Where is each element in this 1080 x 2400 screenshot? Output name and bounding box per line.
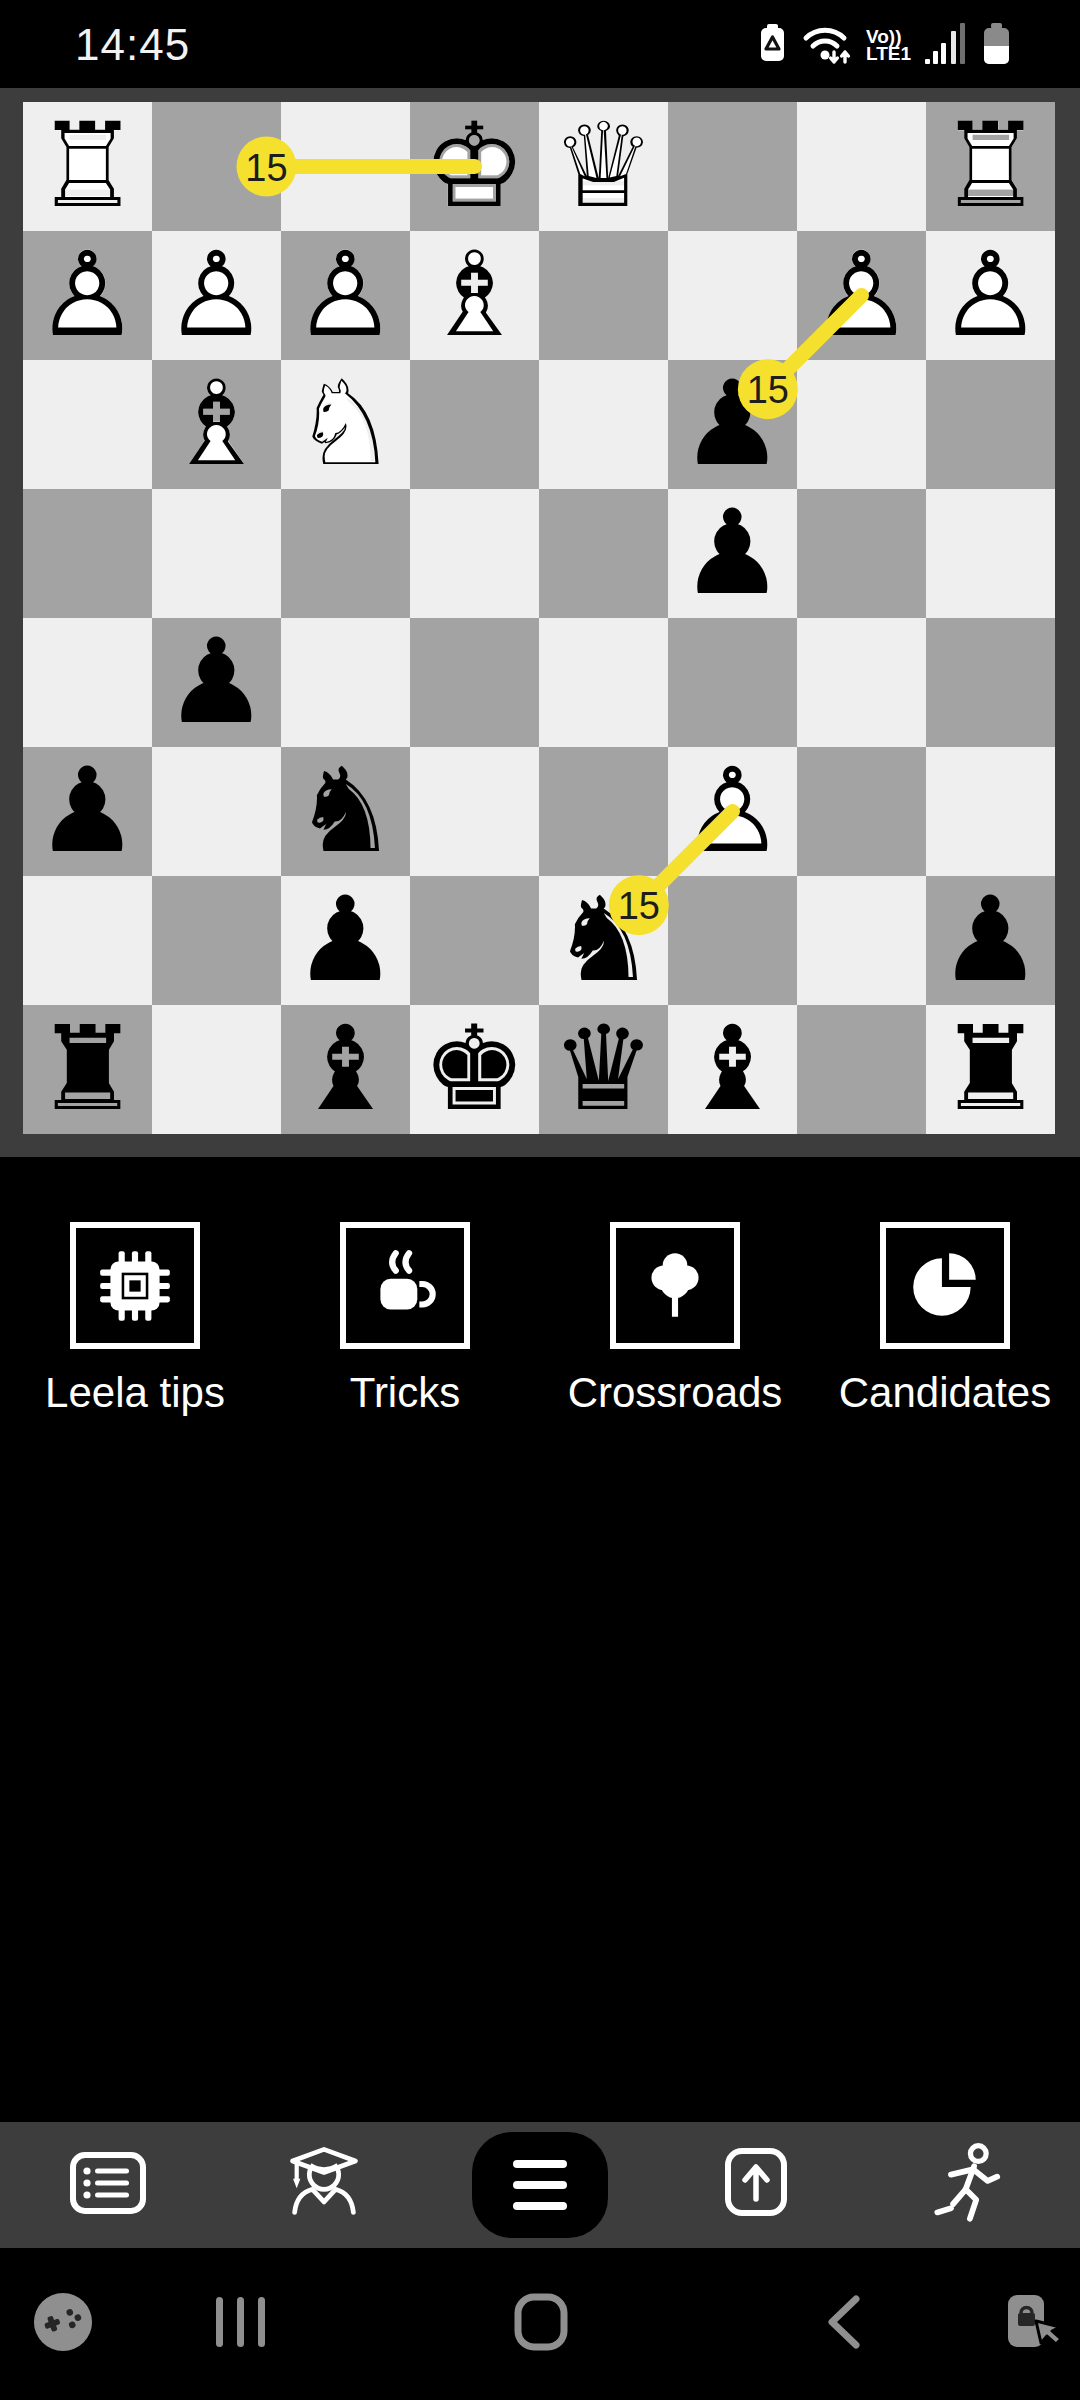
white-k-piece: ♚♔ xyxy=(410,102,539,231)
square-a7[interactable]: ♟ xyxy=(926,876,1055,1005)
square-a4[interactable] xyxy=(926,489,1055,618)
square-c2[interactable] xyxy=(668,231,797,360)
mentor-button[interactable] xyxy=(216,2122,432,2248)
wifi-icon xyxy=(801,18,853,72)
signal-strength-icon xyxy=(924,19,968,71)
white-q-piece: ♛♕ xyxy=(539,102,668,231)
square-h3[interactable] xyxy=(23,360,152,489)
square-b5[interactable] xyxy=(797,618,926,747)
square-e8[interactable]: ♚ xyxy=(410,1005,539,1134)
status-icons: Vo)) LTE1 xyxy=(757,18,1012,72)
square-a1[interactable]: ♜♖ xyxy=(926,102,1055,231)
moves-list-button[interactable] xyxy=(0,2122,216,2248)
leela-tips-label: Leela tips xyxy=(45,1369,225,1417)
tricks-button[interactable]: Tricks xyxy=(270,1222,540,1417)
square-g6[interactable] xyxy=(152,747,281,876)
black-k-piece: ♚ xyxy=(410,1005,539,1134)
square-h4[interactable] xyxy=(23,489,152,618)
square-b1[interactable] xyxy=(797,102,926,231)
list-icon xyxy=(68,2143,148,2227)
black-n-piece: ♞ xyxy=(281,747,410,876)
square-c1[interactable] xyxy=(668,102,797,231)
square-f1[interactable] xyxy=(281,102,410,231)
square-g4[interactable] xyxy=(152,489,281,618)
hamburger-icon xyxy=(472,2132,608,2238)
square-c7[interactable] xyxy=(668,876,797,1005)
white-b-piece: ♝♗ xyxy=(410,231,539,360)
white-r-piece: ♜♖ xyxy=(23,102,152,231)
square-h6[interactable]: ♟ xyxy=(23,747,152,876)
candidates-label: Candidates xyxy=(839,1369,1051,1417)
practice-button[interactable] xyxy=(864,2122,1080,2248)
square-b6[interactable] xyxy=(797,747,926,876)
square-e6[interactable] xyxy=(410,747,539,876)
square-b3[interactable] xyxy=(797,360,926,489)
share-button[interactable] xyxy=(648,2122,864,2248)
square-d7[interactable]: ♞ xyxy=(539,876,668,1005)
home-button[interactable] xyxy=(512,2293,570,2355)
square-g7[interactable] xyxy=(152,876,281,1005)
square-d2[interactable] xyxy=(539,231,668,360)
black-r-piece: ♜ xyxy=(926,1005,1055,1134)
white-r-piece: ♜♖ xyxy=(926,102,1055,231)
black-p-piece: ♟ xyxy=(281,876,410,1005)
square-g1[interactable] xyxy=(152,102,281,231)
android-nav-bar xyxy=(0,2248,1080,2400)
square-d3[interactable] xyxy=(539,360,668,489)
square-f3[interactable]: ♞♘ xyxy=(281,360,410,489)
black-p-piece: ♟ xyxy=(926,876,1055,1005)
white-n-piece: ♞♘ xyxy=(281,360,410,489)
square-c4[interactable]: ♟ xyxy=(668,489,797,618)
leela-tips-button[interactable]: Leela tips xyxy=(0,1222,270,1417)
square-g5[interactable]: ♟ xyxy=(152,618,281,747)
square-d1[interactable]: ♛♕ xyxy=(539,102,668,231)
pie-chart-icon xyxy=(880,1222,1010,1349)
white-p-piece: ♟♙ xyxy=(797,231,926,360)
square-f6[interactable]: ♞ xyxy=(281,747,410,876)
feature-buttons: Leela tips Tricks Cross xyxy=(0,1222,1080,1417)
recents-icon xyxy=(212,2294,270,2350)
board-frame: ♜♖♚♔♛♕♜♖♟♙♟♙♟♙♝♗♟♙♟♙♝♗♞♘♟♟♟♟♞♟♙♟♞♟♜♝♚♛♝♜… xyxy=(0,88,1080,1157)
share-upload-icon xyxy=(716,2143,796,2227)
square-a5[interactable] xyxy=(926,618,1055,747)
candidates-button[interactable]: Candidates xyxy=(810,1222,1080,1417)
square-d5[interactable] xyxy=(539,618,668,747)
square-c3[interactable]: ♟ xyxy=(668,360,797,489)
square-e7[interactable] xyxy=(410,876,539,1005)
square-f2[interactable]: ♟♙ xyxy=(281,231,410,360)
home-icon xyxy=(512,2293,570,2351)
black-p-piece: ♟ xyxy=(668,360,797,489)
chip-icon xyxy=(70,1222,200,1349)
square-h8[interactable]: ♜ xyxy=(23,1005,152,1134)
square-a2[interactable]: ♟♙ xyxy=(926,231,1055,360)
white-p-piece: ♟♙ xyxy=(926,231,1055,360)
square-a8[interactable]: ♜ xyxy=(926,1005,1055,1134)
graduate-icon xyxy=(282,2141,366,2229)
crossroads-button[interactable]: Crossroads xyxy=(540,1222,810,1417)
square-c5[interactable] xyxy=(668,618,797,747)
black-b-piece: ♝ xyxy=(668,1005,797,1134)
recents-button[interactable] xyxy=(212,2294,270,2354)
black-p-piece: ♟ xyxy=(23,747,152,876)
black-b-piece: ♝ xyxy=(281,1005,410,1134)
square-d8[interactable]: ♛ xyxy=(539,1005,668,1134)
board: ♜♖♚♔♛♕♜♖♟♙♟♙♟♙♝♗♟♙♟♙♝♗♞♘♟♟♟♟♞♟♙♟♞♟♜♝♚♛♝♜ xyxy=(23,102,1055,1134)
battery-icon xyxy=(981,20,1012,70)
square-c6[interactable]: ♟♙ xyxy=(668,747,797,876)
white-p-piece: ♟♙ xyxy=(668,747,797,876)
square-a6[interactable] xyxy=(926,747,1055,876)
square-e5[interactable] xyxy=(410,618,539,747)
square-b7[interactable] xyxy=(797,876,926,1005)
square-g2[interactable]: ♟♙ xyxy=(152,231,281,360)
black-p-piece: ♟ xyxy=(152,618,281,747)
status-bar: 14:45 Vo)) LTE1 xyxy=(0,0,1080,90)
white-b-piece: ♝♗ xyxy=(152,360,281,489)
runner-icon xyxy=(930,2141,1014,2229)
tree-icon xyxy=(610,1222,740,1349)
square-f4[interactable] xyxy=(281,489,410,618)
square-f8[interactable]: ♝ xyxy=(281,1005,410,1134)
gamepad-icon xyxy=(32,2291,94,2353)
black-p-piece: ♟ xyxy=(668,489,797,618)
coffee-cup-icon xyxy=(340,1222,470,1349)
white-p-piece: ♟♙ xyxy=(23,231,152,360)
tricks-label: Tricks xyxy=(350,1369,460,1417)
touch-protection-button[interactable] xyxy=(1000,2291,1062,2357)
square-h7[interactable] xyxy=(23,876,152,1005)
black-q-piece: ♛ xyxy=(539,1005,668,1134)
square-h1[interactable]: ♜♖ xyxy=(23,102,152,231)
menu-button[interactable] xyxy=(432,2122,648,2248)
square-c8[interactable]: ♝ xyxy=(668,1005,797,1134)
white-p-piece: ♟♙ xyxy=(281,231,410,360)
square-e2[interactable]: ♝♗ xyxy=(410,231,539,360)
crossroads-label: Crossroads xyxy=(568,1369,783,1417)
data-saver-icon xyxy=(757,21,788,69)
square-b8[interactable] xyxy=(797,1005,926,1134)
game-tools-button[interactable] xyxy=(32,2291,94,2357)
white-p-piece: ♟♙ xyxy=(152,231,281,360)
black-n-piece: ♞ xyxy=(539,876,668,1005)
square-h2[interactable]: ♟♙ xyxy=(23,231,152,360)
square-e4[interactable] xyxy=(410,489,539,618)
square-e1[interactable]: ♚♔ xyxy=(410,102,539,231)
square-b4[interactable] xyxy=(797,489,926,618)
square-d4[interactable] xyxy=(539,489,668,618)
bottom-toolbar xyxy=(0,2122,1080,2248)
volte-indicator: Vo)) LTE1 xyxy=(866,28,911,62)
touch-lock-icon xyxy=(1000,2291,1062,2353)
square-d6[interactable] xyxy=(539,747,668,876)
square-h5[interactable] xyxy=(23,618,152,747)
square-f7[interactable]: ♟ xyxy=(281,876,410,1005)
square-b2[interactable]: ♟♙ xyxy=(797,231,926,360)
back-icon xyxy=(820,2293,866,2351)
square-g8[interactable] xyxy=(152,1005,281,1134)
square-g3[interactable]: ♝♗ xyxy=(152,360,281,489)
black-r-piece: ♜ xyxy=(23,1005,152,1134)
square-e3[interactable] xyxy=(410,360,539,489)
clock: 14:45 xyxy=(75,20,190,70)
back-button[interactable] xyxy=(820,2293,866,2355)
square-f5[interactable] xyxy=(281,618,410,747)
square-a3[interactable] xyxy=(926,360,1055,489)
